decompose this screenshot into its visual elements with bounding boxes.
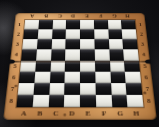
square-b3[interactable] <box>36 39 51 49</box>
square-a3[interactable] <box>22 39 37 49</box>
square-e4[interactable] <box>80 49 95 60</box>
square-e2[interactable] <box>80 29 94 39</box>
rank-label: 6 <box>139 71 152 82</box>
file-label: A <box>15 107 32 120</box>
file-label: F <box>93 12 107 19</box>
file-label: C <box>47 107 64 120</box>
square-a4[interactable] <box>21 49 37 60</box>
file-label: F <box>95 107 112 120</box>
square-h8[interactable] <box>126 94 143 106</box>
file-label: C <box>52 12 66 19</box>
rank-label: 1 <box>134 19 145 29</box>
chessboard: ABCDEFGH ABCDEFGH 12345678 12345678 <box>3 12 157 119</box>
square-b7[interactable] <box>33 82 49 94</box>
rank-label: 4 <box>10 49 22 60</box>
file-labels-top: ABCDEFGH <box>25 12 135 19</box>
square-g7[interactable] <box>110 82 126 94</box>
rank-label: 3 <box>136 39 148 49</box>
file-label: B <box>31 107 48 120</box>
file-label: A <box>25 12 39 19</box>
square-a2[interactable] <box>23 29 38 39</box>
square-c4[interactable] <box>50 49 65 60</box>
fold-notch-left <box>8 59 15 63</box>
square-f6[interactable] <box>94 71 110 82</box>
square-g2[interactable] <box>107 29 122 39</box>
square-b8[interactable] <box>32 94 48 106</box>
rank-label: 4 <box>137 49 149 60</box>
square-a1[interactable] <box>24 19 39 29</box>
file-label: G <box>107 12 121 19</box>
square-a8[interactable] <box>16 94 33 106</box>
rank-label: 8 <box>142 94 155 106</box>
square-g8[interactable] <box>111 94 127 106</box>
square-d1[interactable] <box>66 19 80 29</box>
rank-label: 7 <box>141 82 154 94</box>
photo-background: ABCDEFGH ABCDEFGH 12345678 12345678 <box>0 0 159 127</box>
square-g4[interactable] <box>108 49 123 60</box>
square-c6[interactable] <box>49 71 65 82</box>
square-f2[interactable] <box>93 29 107 39</box>
file-label: E <box>80 12 94 19</box>
square-g6[interactable] <box>109 71 125 82</box>
square-a7[interactable] <box>17 82 33 94</box>
file-label: D <box>63 107 79 120</box>
file-label: H <box>120 12 134 19</box>
file-labels-bottom: ABCDEFGH <box>15 107 145 120</box>
square-b2[interactable] <box>37 29 52 39</box>
square-b1[interactable] <box>38 19 52 29</box>
board-grid <box>16 19 143 106</box>
square-e6[interactable] <box>80 71 95 82</box>
square-d6[interactable] <box>64 71 79 82</box>
square-h2[interactable] <box>121 29 136 39</box>
rank-label: 3 <box>11 39 23 49</box>
rank-label: 6 <box>7 71 20 82</box>
square-c2[interactable] <box>51 29 65 39</box>
square-h4[interactable] <box>123 49 139 60</box>
square-f7[interactable] <box>95 82 111 94</box>
square-c1[interactable] <box>52 19 66 29</box>
rank-label: 2 <box>12 29 24 39</box>
square-h7[interactable] <box>125 82 141 94</box>
square-g3[interactable] <box>108 39 123 49</box>
square-c7[interactable] <box>48 82 64 94</box>
square-h6[interactable] <box>124 71 140 82</box>
square-e7[interactable] <box>80 82 96 94</box>
square-d4[interactable] <box>65 49 80 60</box>
file-label: D <box>66 12 80 19</box>
square-g1[interactable] <box>107 19 121 29</box>
file-label: E <box>80 107 96 120</box>
square-e1[interactable] <box>80 19 94 29</box>
file-label: G <box>111 107 128 120</box>
square-f8[interactable] <box>95 94 111 106</box>
rank-label: 8 <box>4 94 17 106</box>
fold-notch-right <box>144 59 151 63</box>
square-c3[interactable] <box>51 39 66 49</box>
square-c8[interactable] <box>48 94 64 106</box>
square-a6[interactable] <box>18 71 34 82</box>
file-label: H <box>127 107 144 120</box>
square-d7[interactable] <box>64 82 80 94</box>
square-d2[interactable] <box>65 29 79 39</box>
fold-seam <box>9 60 149 62</box>
square-d8[interactable] <box>64 94 80 106</box>
rank-label: 2 <box>135 29 147 39</box>
rank-label: 7 <box>6 82 19 94</box>
square-b6[interactable] <box>34 71 50 82</box>
square-f1[interactable] <box>93 19 107 29</box>
square-e3[interactable] <box>80 39 94 49</box>
square-f3[interactable] <box>94 39 109 49</box>
square-h1[interactable] <box>121 19 136 29</box>
file-label: B <box>38 12 52 19</box>
rank-label: 1 <box>13 19 24 29</box>
square-h3[interactable] <box>122 39 137 49</box>
square-f4[interactable] <box>94 49 109 60</box>
square-e8[interactable] <box>80 94 96 106</box>
square-b4[interactable] <box>35 49 50 60</box>
square-d3[interactable] <box>65 39 79 49</box>
